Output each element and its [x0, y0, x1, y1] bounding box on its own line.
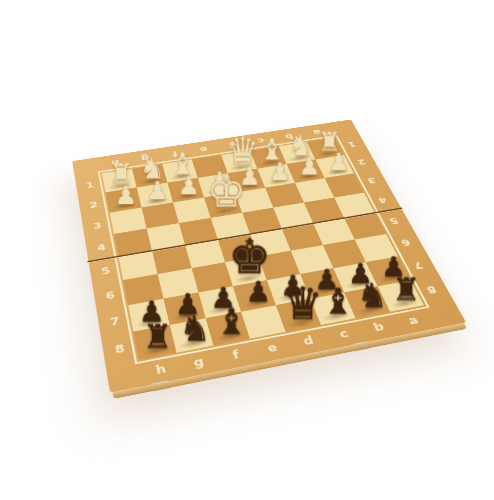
rank-label-8: 8	[104, 332, 135, 365]
square-d8: ♛	[276, 299, 321, 332]
product-photo: hgfedcba hgfedcba 12345678 12345678 ♜♞♝♛…	[0, 0, 494, 500]
file-label-f: f	[214, 341, 257, 368]
file-label-c: c	[322, 321, 365, 347]
piece-black-knight: ♞	[357, 279, 387, 313]
piece-white-pawn: ♟	[114, 183, 137, 208]
piece-white-king: ♚	[206, 170, 245, 214]
piece-white-pawn: ♟	[268, 159, 290, 183]
piece-black-rook: ♜	[142, 320, 172, 353]
square-e8	[241, 305, 286, 338]
chess-board: hgfedcba hgfedcba 12345678 12345678 ♜♞♝♛…	[72, 119, 466, 392]
piece-black-queen: ♛	[283, 281, 323, 325]
piece-black-king: ♚	[228, 233, 271, 281]
file-label-d: d	[287, 327, 330, 353]
square-f8: ♝	[206, 312, 250, 346]
piece-white-pawn: ♟	[298, 154, 320, 178]
metal-clasp-right	[351, 341, 371, 350]
piece-black-pawn: ♟	[245, 278, 270, 306]
file-label-g: g	[177, 348, 220, 376]
file-label-h: h	[140, 355, 183, 383]
piece-white-pawn: ♟	[328, 150, 350, 174]
metal-clasp-left	[152, 380, 172, 390]
piece-black-knight: ♞	[179, 311, 211, 346]
square-g8: ♞	[170, 318, 214, 352]
piece-white-pawn: ♟	[177, 173, 199, 198]
piece-black-bishop: ♝	[322, 284, 354, 319]
piece-black-bishop: ♝	[215, 303, 247, 339]
piece-black-rook: ♜	[392, 275, 420, 307]
file-label-a: a	[391, 308, 435, 333]
piece-white-pawn: ♟	[146, 178, 168, 203]
file-label-e: e	[251, 334, 294, 361]
square-h5	[118, 251, 157, 280]
